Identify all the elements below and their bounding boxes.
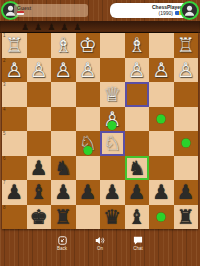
piece-black-pawn: ♟ [51,180,76,205]
piece-white-pawn: ♙ [51,58,76,83]
square-b2[interactable]: ♙ [149,58,174,83]
legal-move-dot[interactable] [83,146,92,155]
square-e2[interactable]: ♙ [76,58,101,83]
square-d3[interactable]: ♕ [100,82,125,107]
square-d8[interactable]: ♛ [100,205,125,230]
tray-piece-icon: ♟ [21,22,29,32]
tray-piece-icon: ♟ [60,22,68,32]
square-h1[interactable]: 1♖ [2,33,27,58]
chess-board: 1♖♗♔♗♖2♙♙♙♙♙♙♙3♕4♙5♘♘6♟♞♞7♟♝♟♟♟♟♟♟8♚♜♛♝♜ [2,33,198,229]
square-a2[interactable]: ♙ [174,58,199,83]
square-a7[interactable]: ♟ [174,180,199,205]
square-e8[interactable] [76,205,101,230]
bottom-toolbar: Back On Chat [0,234,200,256]
piece-white-rook: ♖ [174,33,199,58]
square-b3[interactable] [149,82,174,107]
piece-white-pawn: ♙ [125,58,150,83]
rank-label: 8 [3,205,6,211]
square-d2[interactable] [100,58,125,83]
chess-app-screen: Guest ChessPlayer (1990) ♟♟♟♟♟ 1♖♗♔♗♖2♙♙… [0,0,200,266]
square-f4[interactable] [51,107,76,132]
piece-black-pawn: ♟ [174,180,199,205]
tray-piece-icon: ♟ [73,22,81,32]
piece-white-pawn: ♙ [76,58,101,83]
back-icon [58,236,67,245]
chat-button-label: Chat [133,246,143,251]
piece-black-pawn: ♟ [27,156,52,181]
piece-black-bishop: ♝ [125,205,150,230]
legal-move-dot[interactable] [108,121,117,130]
piece-white-bishop: ♗ [51,33,76,58]
square-g3[interactable] [27,82,52,107]
rank-label: 2 [3,58,6,64]
square-a4[interactable] [174,107,199,132]
rank-label: 5 [3,131,6,137]
square-g5[interactable] [27,131,52,156]
legal-move-dot[interactable] [157,114,166,123]
piece-white-knight: ♘ [100,131,125,156]
square-a5[interactable] [174,131,199,156]
square-c3[interactable] [125,82,150,107]
piece-white-king: ♔ [76,33,101,58]
square-c1[interactable]: ♗ [125,33,150,58]
square-h5[interactable]: 5 [2,131,27,156]
square-f8[interactable]: ♜ [51,205,76,230]
rank-label: 6 [3,156,6,162]
square-b8[interactable] [149,205,174,230]
square-g2[interactable]: ♙ [27,58,52,83]
piece-white-pawn: ♙ [149,58,174,83]
captured-pieces-tray: ♟♟♟♟♟ [0,21,200,33]
piece-white-pawn: ♙ [174,58,199,83]
tray-piece-icon: ♟ [34,22,42,32]
square-c7[interactable]: ♟ [125,180,150,205]
legal-move-dot[interactable] [157,212,166,221]
square-h3[interactable]: 3 [2,82,27,107]
sound-toggle-button[interactable]: On [87,236,113,251]
piece-black-rook: ♜ [51,205,76,230]
square-d5[interactable]: ♘ [100,131,125,156]
piece-black-knight: ♞ [51,156,76,181]
chat-button[interactable]: Chat [125,236,151,251]
piece-black-pawn: ♟ [76,180,101,205]
square-c4[interactable] [125,107,150,132]
square-c6[interactable]: ♞ [125,156,150,181]
square-c5[interactable] [125,131,150,156]
right-player-avatar[interactable] [180,1,199,20]
square-f3[interactable] [51,82,76,107]
square-f2[interactable]: ♙ [51,58,76,83]
top-player-bar: Guest ChessPlayer (1990) [0,0,200,20]
piece-black-rook: ♜ [174,205,199,230]
piece-black-knight: ♞ [125,156,150,181]
square-a1[interactable]: ♖ [174,33,199,58]
square-a8[interactable]: ♜ [174,205,199,230]
left-player-flag-icon [17,11,24,15]
square-b6[interactable] [149,156,174,181]
speaker-icon [95,236,105,245]
rank-label: 7 [3,180,6,186]
square-g4[interactable] [27,107,52,132]
piece-black-pawn: ♟ [100,180,125,205]
square-c2[interactable]: ♙ [125,58,150,83]
square-c8[interactable]: ♝ [125,205,150,230]
square-e5[interactable]: ♘ [76,131,101,156]
square-a6[interactable] [174,156,199,181]
square-g8[interactable]: ♚ [27,205,52,230]
square-e7[interactable]: ♟ [76,180,101,205]
square-d1[interactable] [100,33,125,58]
square-f7[interactable]: ♟ [51,180,76,205]
square-f1[interactable]: ♗ [51,33,76,58]
piece-black-bishop: ♝ [27,180,52,205]
piece-black-pawn: ♟ [125,180,150,205]
square-d6[interactable] [100,156,125,181]
sound-toggle-label: On [97,246,103,251]
square-b5[interactable] [149,131,174,156]
piece-black-queen: ♛ [100,205,125,230]
square-d7[interactable]: ♟ [100,180,125,205]
rank-label: 1 [3,33,6,39]
piece-white-queen: ♕ [100,82,125,107]
left-player-plate[interactable]: Guest [14,4,88,17]
back-button-label: Back [57,246,67,251]
square-h6[interactable]: 6 [2,156,27,181]
square-b1[interactable] [149,33,174,58]
piece-white-pawn: ♙ [27,58,52,83]
square-e6[interactable] [76,156,101,181]
rank-label: 3 [3,82,6,88]
square-e3[interactable] [76,82,101,107]
piece-white-bishop: ♗ [125,33,150,58]
square-g6[interactable]: ♟ [27,156,52,181]
square-h2[interactable]: 2♙ [2,58,27,83]
square-h4[interactable]: 4 [2,107,27,132]
square-f6[interactable]: ♞ [51,156,76,181]
square-f5[interactable] [51,131,76,156]
square-b7[interactable]: ♟ [149,180,174,205]
tray-piece-icon: ♟ [47,22,55,32]
square-h8[interactable]: 8 [2,205,27,230]
square-e1[interactable]: ♔ [76,33,101,58]
right-player-rating: (1990) [159,10,173,16]
square-a3[interactable] [174,82,199,107]
square-g7[interactable]: ♝ [27,180,52,205]
square-h7[interactable]: 7♟ [2,180,27,205]
person-icon [182,3,197,18]
piece-black-pawn: ♟ [149,180,174,205]
square-b4[interactable] [149,107,174,132]
piece-black-king: ♚ [27,205,52,230]
legal-move-dot[interactable] [181,139,190,148]
square-g1[interactable] [27,33,52,58]
square-e4[interactable] [76,107,101,132]
chat-bubble-icon [133,236,143,245]
back-button[interactable]: Back [49,236,75,251]
square-d4[interactable]: ♙ [100,107,125,132]
rank-label: 4 [3,107,6,113]
